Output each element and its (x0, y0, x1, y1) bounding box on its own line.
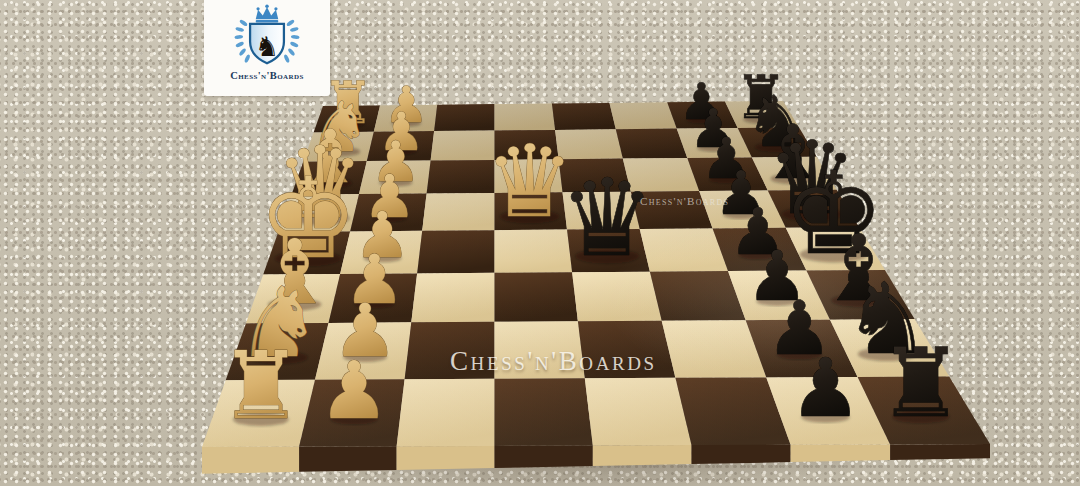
piece-black-rook-h8: ♜ (878, 327, 964, 439)
chess-board: ♜♟♜♟♞♟♞♟♝♟♝♟♛♛♟♟♛♚♚♟♟♛♝♝♟♟♞♞♟♟♜♜♟♟ (0, 0, 1080, 486)
piece-white-rook-h1: ♜ (219, 332, 302, 440)
piece-black-queen-e5: ♛ (559, 156, 655, 280)
board-edge-segment (593, 445, 692, 466)
crown-icon (256, 4, 279, 22)
board-edge-segment (397, 446, 495, 470)
brand-crest-icon: ♞ (220, 2, 314, 72)
laurel-left-icon (234, 19, 250, 63)
piece-black-pawn-h7: ♟ (789, 341, 862, 435)
board-edge-segment (890, 444, 990, 460)
piece-white-pawn-h2: ♟ (318, 344, 389, 437)
board-edge-segment (202, 447, 299, 474)
board-edge-segment (299, 446, 397, 472)
knight-icon: ♞ (255, 31, 279, 62)
brand-name: Chess'n'Boards (230, 70, 303, 81)
board-edge-segment (692, 445, 791, 464)
board-edge-segment (495, 446, 593, 469)
laurel-right-icon (283, 19, 299, 63)
board-edge-segment (791, 444, 891, 462)
photo-scene: ♜♟♜♟♞♟♞♟♝♟♝♟♛♛♟♟♛♚♚♟♟♛♝♝♟♟♞♞♟♟♜♜♟♟ (0, 0, 1080, 486)
brand-logo: ♞ Chess'n'Boards (204, 0, 330, 96)
